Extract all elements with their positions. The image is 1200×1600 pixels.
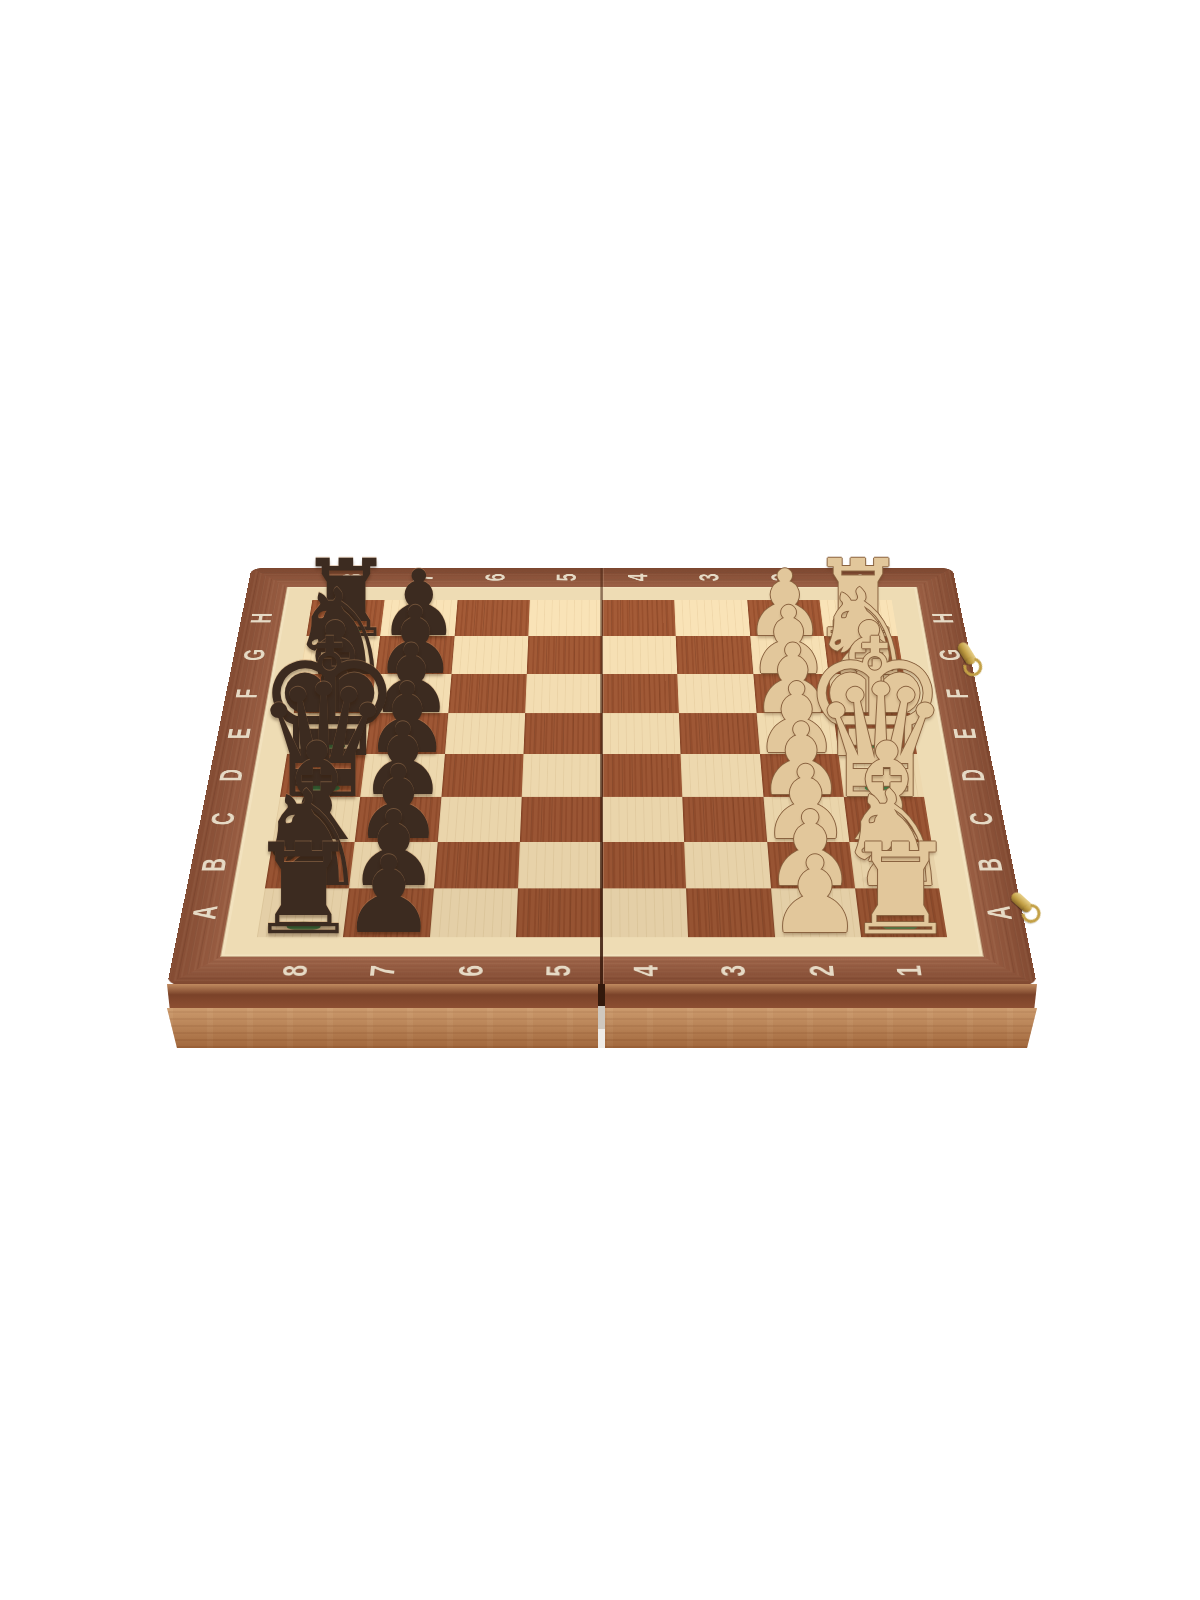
label-file-d-left: D xyxy=(212,769,250,781)
square-c6 xyxy=(437,797,521,842)
label-file-c-left: C xyxy=(203,813,242,826)
square-d3 xyxy=(681,754,763,797)
label-rank-1-near: 1 xyxy=(888,965,929,976)
square-h5 xyxy=(528,600,602,636)
square-b4 xyxy=(602,842,686,889)
label-rank-6-far: 6 xyxy=(478,574,511,582)
square-g4 xyxy=(602,636,677,674)
square-b5 xyxy=(518,842,602,889)
square-h4 xyxy=(602,600,676,636)
square-d5 xyxy=(521,754,602,797)
square-h6 xyxy=(454,600,529,636)
square-g6 xyxy=(451,636,528,674)
square-g5 xyxy=(527,636,602,674)
label-file-e-right: E xyxy=(946,728,983,739)
label-rank-3-near: 3 xyxy=(713,965,753,976)
label-rank-3-far: 3 xyxy=(693,574,726,582)
label-file-b-left: B xyxy=(194,858,234,871)
square-d4 xyxy=(602,754,683,797)
square-c3 xyxy=(683,797,767,842)
square-b3 xyxy=(684,842,770,889)
square-f4 xyxy=(602,674,679,713)
square-c4 xyxy=(602,797,684,842)
label-file-d-right: D xyxy=(954,769,992,781)
piece-white-rook-a1: ♜ xyxy=(844,828,956,953)
square-a6 xyxy=(429,888,517,937)
square-c5 xyxy=(520,797,602,842)
label-rank-6-near: 6 xyxy=(450,965,490,976)
piece-black-pawn-a7: ♟ xyxy=(341,843,437,950)
box-halves-gap xyxy=(598,984,605,1048)
label-rank-4-far: 4 xyxy=(621,574,654,582)
label-rank-2-near: 2 xyxy=(801,965,842,976)
square-f3 xyxy=(677,674,756,713)
label-rank-5-near: 5 xyxy=(538,965,578,976)
square-a4 xyxy=(602,888,688,937)
square-b6 xyxy=(433,842,519,889)
label-file-b-right: B xyxy=(970,858,1010,871)
square-f6 xyxy=(448,674,527,713)
square-h3 xyxy=(674,600,749,636)
square-g3 xyxy=(676,636,753,674)
label-file-c-right: C xyxy=(962,813,1001,826)
product-photo-stage: HGFEDCBAHGFEDCBA8765432187654321 ♜♟♟♜♞♟♟… xyxy=(0,0,1200,1600)
label-file-a-right: A xyxy=(979,906,1020,920)
square-e3 xyxy=(679,713,759,754)
square-a5 xyxy=(516,888,602,937)
square-e4 xyxy=(602,713,681,754)
label-rank-8-near: 8 xyxy=(274,965,315,976)
square-e6 xyxy=(444,713,524,754)
label-rank-5-far: 5 xyxy=(550,574,583,582)
label-file-a-left: A xyxy=(184,906,225,920)
label-rank-7-near: 7 xyxy=(362,965,403,976)
label-rank-4-near: 4 xyxy=(626,965,666,976)
square-f5 xyxy=(525,674,602,713)
square-d6 xyxy=(441,754,523,797)
square-e5 xyxy=(523,713,602,754)
square-a3 xyxy=(686,888,774,937)
